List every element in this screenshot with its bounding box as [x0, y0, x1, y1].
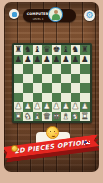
avatar-head	[54, 10, 58, 14]
emoji-cheek	[48, 133, 49, 134]
board-square[interactable]	[23, 64, 33, 74]
board-square[interactable]	[14, 64, 24, 74]
board-square[interactable]: ♟	[71, 55, 81, 65]
board-square[interactable]	[80, 83, 90, 93]
chess-piece[interactable]: ♞	[24, 112, 32, 122]
board-square[interactable]	[71, 83, 81, 93]
coin-icon	[11, 145, 18, 152]
opponent-info-text: COMPUTER LEVEL 1	[26, 9, 50, 22]
board-square[interactable]: ♝	[33, 112, 43, 122]
chess-piece[interactable]: ♜	[81, 112, 89, 122]
chess-piece[interactable]: ♟	[33, 55, 41, 65]
board-square[interactable]: ♜	[14, 112, 24, 122]
board-square[interactable]	[52, 74, 62, 84]
chess-board: ♜♞♝♛♚♝♞♜♟♟♟♟♟♟♟♟♟♟♟♟♟♟♟♟♜♞♝♛♚♝♞♜	[14, 45, 90, 121]
chess-piece[interactable]: ♜	[14, 112, 22, 122]
chess-piece[interactable]: ♟	[43, 55, 51, 65]
chess-piece[interactable]: ♟	[62, 55, 70, 65]
board-square[interactable]: ♟	[52, 55, 62, 65]
board-square[interactable]	[52, 64, 62, 74]
board-square[interactable]	[71, 64, 81, 74]
smiley-emoji	[46, 126, 59, 139]
emoji-eye	[50, 131, 52, 133]
board-square[interactable]	[33, 83, 43, 93]
opponent-name: COMPUTER	[27, 11, 49, 15]
board-square[interactable]	[61, 83, 71, 93]
settings-button[interactable]: ⚙	[84, 10, 95, 21]
screenshot-stage: COMPUTER LEVEL 1 ⚙ ♜♞♝♛♚♝♞♜♟♟♟♟♟♟♟♟♟♟♟♟♟…	[0, 0, 103, 183]
chess-piece[interactable]: ♝	[62, 112, 70, 122]
board-square[interactable]: ♞	[23, 112, 33, 122]
board-square[interactable]	[71, 74, 81, 84]
emoji-mouth	[51, 133, 57, 137]
settings-gear-icon: ⚙	[85, 10, 93, 21]
board-square[interactable]: ♟	[23, 55, 33, 65]
board-square[interactable]	[14, 83, 24, 93]
board-square[interactable]	[23, 83, 33, 93]
board-square[interactable]: ♟	[14, 55, 24, 65]
avatar-body	[52, 14, 60, 20]
flag-canton	[84, 141, 87, 143]
chess-app-screen: COMPUTER LEVEL 1 ⚙ ♜♞♝♛♚♝♞♜♟♟♟♟♟♟♟♟♟♟♟♟♟…	[4, 2, 99, 172]
chess-board-frame: ♜♞♝♛♚♝♞♜♟♟♟♟♟♟♟♟♟♟♟♟♟♟♟♟♜♞♝♛♚♝♞♜	[12, 43, 92, 123]
board-square[interactable]	[80, 64, 90, 74]
us-flag-icon	[84, 141, 90, 146]
opponent-avatar[interactable]	[48, 7, 63, 22]
board-square[interactable]	[42, 74, 52, 84]
board-square[interactable]	[42, 83, 52, 93]
header-left-button[interactable]	[9, 9, 19, 19]
board-square[interactable]: ♟	[80, 55, 90, 65]
board-square[interactable]	[52, 83, 62, 93]
board-square[interactable]	[61, 74, 71, 84]
chess-piece[interactable]: ♟	[71, 55, 79, 65]
opponent-subtitle: LEVEL 1	[33, 16, 44, 19]
emoji-eye	[54, 131, 56, 133]
board-square[interactable]: ♜	[80, 112, 90, 122]
board-square[interactable]: ♟	[61, 55, 71, 65]
board-square[interactable]	[80, 74, 90, 84]
chess-piece[interactable]: ♟	[24, 55, 32, 65]
board-square[interactable]: ♛	[42, 112, 52, 122]
chess-piece[interactable]: ♟	[14, 55, 22, 65]
board-square[interactable]	[42, 64, 52, 74]
chess-piece[interactable]: ♚	[52, 112, 60, 122]
board-square[interactable]	[33, 74, 43, 84]
chess-piece[interactable]: ♟	[52, 55, 60, 65]
board-square[interactable]	[23, 74, 33, 84]
chess-piece[interactable]: ♝	[33, 112, 41, 122]
chess-piece[interactable]: ♛	[43, 112, 51, 122]
chess-piece[interactable]: ♟	[81, 55, 89, 65]
board-square[interactable]: ♞	[71, 112, 81, 122]
board-square[interactable]: ♚	[52, 112, 62, 122]
board-square[interactable]: ♟	[33, 55, 43, 65]
board-square[interactable]: ♝	[61, 112, 71, 122]
menu-icon	[12, 12, 17, 17]
board-square[interactable]	[33, 64, 43, 74]
board-square[interactable]	[61, 64, 71, 74]
board-square[interactable]	[14, 74, 24, 84]
board-square[interactable]: ♟	[42, 55, 52, 65]
chess-piece[interactable]: ♞	[71, 112, 79, 122]
